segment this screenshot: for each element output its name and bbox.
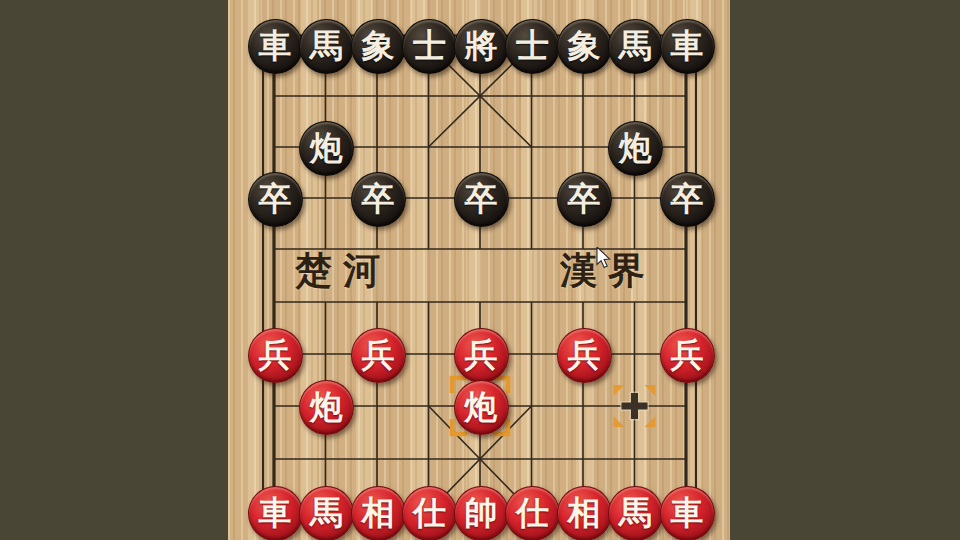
piece-black-cannon[interactable]: 炮 [608,121,663,176]
piece-red-elephant[interactable]: 相 [351,486,406,540]
river-label-left: 楚河 [295,246,391,296]
piece-red-rook[interactable]: 車 [660,486,715,540]
piece-black-soldier[interactable]: 卒 [660,172,715,227]
piece-red-horse[interactable]: 馬 [299,486,354,540]
piece-black-cannon[interactable]: 炮 [299,121,354,176]
piece-red-soldier[interactable]: 兵 [660,328,715,383]
piece-red-soldier[interactable]: 兵 [557,328,612,383]
piece-red-advisor[interactable]: 仕 [402,486,457,540]
river-label-right: 漢界 [560,246,656,296]
piece-red-horse[interactable]: 馬 [608,486,663,540]
piece-black-elephant[interactable]: 象 [557,19,612,74]
piece-black-rook[interactable]: 車 [660,19,715,74]
piece-black-horse[interactable]: 馬 [608,19,663,74]
piece-red-rook[interactable]: 車 [248,486,303,540]
piece-black-soldier[interactable]: 卒 [557,172,612,227]
piece-red-cannon[interactable]: 炮 [454,380,509,435]
piece-red-elephant[interactable]: 相 [557,486,612,540]
piece-black-elephant[interactable]: 象 [351,19,406,74]
piece-red-general[interactable]: 帥 [454,486,509,540]
piece-red-soldier[interactable]: 兵 [351,328,406,383]
piece-black-horse[interactable]: 馬 [299,19,354,74]
piece-black-soldier[interactable]: 卒 [351,172,406,227]
letterbox-right [730,0,960,540]
xiangqi-board[interactable]: 楚河 漢界 車馬象士將士象馬車炮炮卒卒卒卒卒兵兵兵兵兵炮炮車馬相仕帥仕相馬車 [228,0,730,540]
piece-black-rook[interactable]: 車 [248,19,303,74]
piece-red-cannon[interactable]: 炮 [299,380,354,435]
piece-black-soldier[interactable]: 卒 [248,172,303,227]
letterbox-left [0,0,228,540]
piece-black-advisor[interactable]: 士 [505,19,560,74]
piece-black-general[interactable]: 將 [454,19,509,74]
piece-black-soldier[interactable]: 卒 [454,172,509,227]
piece-black-advisor[interactable]: 士 [402,19,457,74]
piece-red-advisor[interactable]: 仕 [505,486,560,540]
game-screen: 楚河 漢界 車馬象士將士象馬車炮炮卒卒卒卒卒兵兵兵兵兵炮炮車馬相仕帥仕相馬車 [0,0,960,540]
piece-red-soldier[interactable]: 兵 [248,328,303,383]
piece-red-soldier[interactable]: 兵 [454,328,509,383]
